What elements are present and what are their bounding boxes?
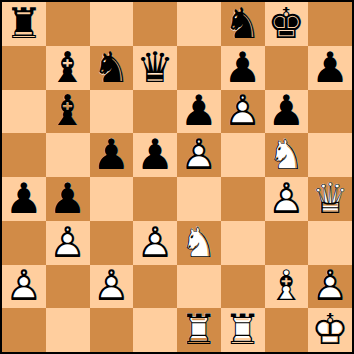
square-e2[interactable] [177, 265, 221, 309]
piece-white-pawn[interactable]: ♟♙ [90, 265, 134, 309]
black-pawn-fill-icon: ♟ [221, 46, 265, 90]
square-c6[interactable] [90, 90, 134, 134]
square-g1[interactable] [265, 308, 309, 352]
white-pawn-outline-icon: ♙ [265, 177, 309, 221]
white-pawn-fill-icon: ♟ [133, 221, 177, 265]
square-h5[interactable] [308, 133, 352, 177]
white-knight-fill-icon: ♞ [265, 133, 309, 177]
piece-white-pawn[interactable]: ♟♙ [177, 133, 221, 177]
square-f5[interactable] [221, 133, 265, 177]
square-b7[interactable]: ♗♝ [46, 46, 90, 90]
square-d1[interactable] [133, 308, 177, 352]
black-pawn-fill-icon: ♟ [265, 90, 309, 134]
piece-black-pawn[interactable]: ♙♟ [133, 133, 177, 177]
white-knight-outline-icon: ♘ [265, 133, 309, 177]
square-c5[interactable]: ♙♟ [90, 133, 134, 177]
square-e8[interactable] [177, 2, 221, 46]
white-knight-outline-icon: ♘ [177, 221, 221, 265]
black-pawn-fill-icon: ♟ [2, 177, 46, 221]
square-a8[interactable]: ♖♜ [2, 2, 46, 46]
square-c1[interactable] [90, 308, 134, 352]
black-pawn-outline-icon: ♙ [133, 133, 177, 177]
black-rook-fill-icon: ♜ [2, 2, 46, 46]
black-pawn-outline-icon: ♙ [90, 133, 134, 177]
black-pawn-outline-icon: ♙ [308, 46, 352, 90]
square-a2[interactable]: ♟♙ [2, 265, 46, 309]
square-f1[interactable]: ♜♖ [221, 308, 265, 352]
white-rook-outline-icon: ♖ [221, 308, 265, 352]
square-c3[interactable] [90, 221, 134, 265]
black-bishop-fill-icon: ♝ [46, 46, 90, 90]
piece-white-knight[interactable]: ♞♘ [177, 221, 221, 265]
white-pawn-fill-icon: ♟ [221, 90, 265, 134]
square-c7[interactable]: ♘♞ [90, 46, 134, 90]
black-knight-fill-icon: ♞ [221, 2, 265, 46]
white-pawn-outline-icon: ♙ [308, 265, 352, 309]
piece-black-pawn[interactable]: ♙♟ [308, 46, 352, 90]
black-pawn-outline-icon: ♙ [265, 90, 309, 134]
square-a4[interactable]: ♙♟ [2, 177, 46, 221]
white-pawn-fill-icon: ♟ [265, 177, 309, 221]
white-pawn-outline-icon: ♙ [90, 265, 134, 309]
square-d2[interactable] [133, 265, 177, 309]
piece-black-pawn[interactable]: ♙♟ [265, 90, 309, 134]
piece-black-queen[interactable]: ♕♛ [133, 46, 177, 90]
white-bishop-fill-icon: ♝ [265, 265, 309, 309]
white-rook-fill-icon: ♜ [177, 308, 221, 352]
black-king-fill-icon: ♚ [265, 2, 309, 46]
chess-board-frame: ♖♜♘♞♔♚♗♝♘♞♕♛♙♟♙♟♗♝♙♟♟♙♙♟♙♟♙♟♟♙♞♘♙♟♙♟♟♙♛♕… [0, 0, 354, 354]
square-b2[interactable] [46, 265, 90, 309]
piece-white-bishop[interactable]: ♝♗ [265, 265, 309, 309]
black-pawn-fill-icon: ♟ [177, 90, 221, 134]
black-pawn-outline-icon: ♙ [46, 177, 90, 221]
square-a6[interactable] [2, 90, 46, 134]
white-queen-fill-icon: ♛ [308, 177, 352, 221]
square-d3[interactable]: ♟♙ [133, 221, 177, 265]
black-bishop-fill-icon: ♝ [46, 90, 90, 134]
piece-black-pawn[interactable]: ♙♟ [177, 90, 221, 134]
square-a5[interactable] [2, 133, 46, 177]
white-pawn-outline-icon: ♙ [177, 133, 221, 177]
black-bishop-outline-icon: ♗ [46, 90, 90, 134]
white-pawn-fill-icon: ♟ [46, 221, 90, 265]
white-pawn-outline-icon: ♙ [221, 90, 265, 134]
piece-black-bishop[interactable]: ♗♝ [46, 90, 90, 134]
square-g4[interactable]: ♟♙ [265, 177, 309, 221]
square-b6[interactable]: ♗♝ [46, 90, 90, 134]
black-pawn-fill-icon: ♟ [90, 133, 134, 177]
piece-black-pawn[interactable]: ♙♟ [46, 177, 90, 221]
square-e7[interactable] [177, 46, 221, 90]
square-c4[interactable] [90, 177, 134, 221]
chess-board: ♖♜♘♞♔♚♗♝♘♞♕♛♙♟♙♟♗♝♙♟♟♙♙♟♙♟♙♟♟♙♞♘♙♟♙♟♟♙♛♕… [2, 2, 352, 352]
white-pawn-fill-icon: ♟ [308, 265, 352, 309]
black-pawn-outline-icon: ♙ [2, 177, 46, 221]
piece-white-pawn[interactable]: ♟♙ [265, 177, 309, 221]
square-d6[interactable] [133, 90, 177, 134]
black-pawn-fill-icon: ♟ [133, 133, 177, 177]
square-g6[interactable]: ♙♟ [265, 90, 309, 134]
square-b8[interactable] [46, 2, 90, 46]
square-f4[interactable] [221, 177, 265, 221]
square-a1[interactable] [2, 308, 46, 352]
black-queen-fill-icon: ♛ [133, 46, 177, 90]
square-d8[interactable] [133, 2, 177, 46]
square-h7[interactable]: ♙♟ [308, 46, 352, 90]
square-b3[interactable]: ♟♙ [46, 221, 90, 265]
white-bishop-outline-icon: ♗ [265, 265, 309, 309]
square-h1[interactable]: ♚♔ [308, 308, 352, 352]
square-b4[interactable]: ♙♟ [46, 177, 90, 221]
square-f6[interactable]: ♟♙ [221, 90, 265, 134]
piece-black-pawn[interactable]: ♙♟ [2, 177, 46, 221]
square-f3[interactable] [221, 221, 265, 265]
square-e4[interactable] [177, 177, 221, 221]
piece-white-pawn[interactable]: ♟♙ [133, 221, 177, 265]
black-knight-outline-icon: ♘ [90, 46, 134, 90]
piece-white-pawn[interactable]: ♟♙ [46, 221, 90, 265]
white-pawn-outline-icon: ♙ [46, 221, 90, 265]
piece-black-knight[interactable]: ♘♞ [221, 2, 265, 46]
black-rook-outline-icon: ♖ [2, 2, 46, 46]
square-f2[interactable] [221, 265, 265, 309]
square-g7[interactable] [265, 46, 309, 90]
square-d5[interactable]: ♙♟ [133, 133, 177, 177]
white-pawn-outline-icon: ♙ [133, 221, 177, 265]
square-a7[interactable] [2, 46, 46, 90]
square-e5[interactable]: ♟♙ [177, 133, 221, 177]
black-pawn-fill-icon: ♟ [308, 46, 352, 90]
square-c2[interactable]: ♟♙ [90, 265, 134, 309]
piece-white-king[interactable]: ♚♔ [308, 308, 352, 352]
piece-black-pawn[interactable]: ♙♟ [221, 46, 265, 90]
white-knight-fill-icon: ♞ [177, 221, 221, 265]
piece-white-rook[interactable]: ♜♖ [221, 308, 265, 352]
piece-white-knight[interactable]: ♞♘ [265, 133, 309, 177]
piece-white-pawn[interactable]: ♟♙ [221, 90, 265, 134]
square-g3[interactable] [265, 221, 309, 265]
square-g8[interactable]: ♔♚ [265, 2, 309, 46]
square-b1[interactable] [46, 308, 90, 352]
square-b5[interactable] [46, 133, 90, 177]
piece-white-rook[interactable]: ♜♖ [177, 308, 221, 352]
square-h8[interactable] [308, 2, 352, 46]
piece-white-pawn[interactable]: ♟♙ [2, 265, 46, 309]
black-knight-fill-icon: ♞ [90, 46, 134, 90]
white-queen-outline-icon: ♕ [308, 177, 352, 221]
white-pawn-fill-icon: ♟ [2, 265, 46, 309]
piece-black-bishop[interactable]: ♗♝ [46, 46, 90, 90]
white-king-outline-icon: ♔ [308, 308, 352, 352]
square-d7[interactable]: ♕♛ [133, 46, 177, 90]
square-d4[interactable] [133, 177, 177, 221]
square-f8[interactable]: ♘♞ [221, 2, 265, 46]
white-rook-fill-icon: ♜ [221, 308, 265, 352]
white-king-fill-icon: ♚ [308, 308, 352, 352]
black-knight-outline-icon: ♘ [221, 2, 265, 46]
square-e3[interactable]: ♞♘ [177, 221, 221, 265]
square-c8[interactable] [90, 2, 134, 46]
black-pawn-outline-icon: ♙ [221, 46, 265, 90]
square-h4[interactable]: ♛♕ [308, 177, 352, 221]
piece-black-pawn[interactable]: ♙♟ [90, 133, 134, 177]
white-pawn-outline-icon: ♙ [2, 265, 46, 309]
white-rook-outline-icon: ♖ [177, 308, 221, 352]
square-g5[interactable]: ♞♘ [265, 133, 309, 177]
black-pawn-fill-icon: ♟ [46, 177, 90, 221]
square-g2[interactable]: ♝♗ [265, 265, 309, 309]
piece-black-rook[interactable]: ♖♜ [2, 2, 46, 46]
piece-black-knight[interactable]: ♘♞ [90, 46, 134, 90]
square-e1[interactable]: ♜♖ [177, 308, 221, 352]
piece-white-queen[interactable]: ♛♕ [308, 177, 352, 221]
square-f7[interactable]: ♙♟ [221, 46, 265, 90]
white-pawn-fill-icon: ♟ [177, 133, 221, 177]
square-h3[interactable] [308, 221, 352, 265]
square-e6[interactable]: ♙♟ [177, 90, 221, 134]
piece-white-pawn[interactable]: ♟♙ [308, 265, 352, 309]
piece-black-king[interactable]: ♔♚ [265, 2, 309, 46]
white-pawn-fill-icon: ♟ [90, 265, 134, 309]
square-h6[interactable] [308, 90, 352, 134]
black-king-outline-icon: ♔ [265, 2, 309, 46]
square-h2[interactable]: ♟♙ [308, 265, 352, 309]
black-pawn-outline-icon: ♙ [177, 90, 221, 134]
black-queen-outline-icon: ♕ [133, 46, 177, 90]
square-a3[interactable] [2, 221, 46, 265]
black-bishop-outline-icon: ♗ [46, 46, 90, 90]
